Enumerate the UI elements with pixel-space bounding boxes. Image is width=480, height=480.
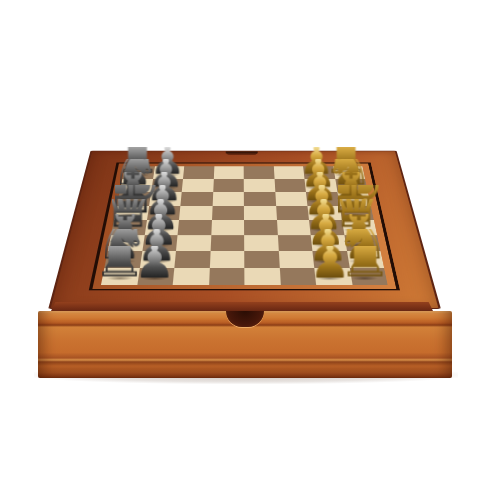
piece-gold-rook[interactable]: ♜ xyxy=(347,246,382,281)
piece-silver-rook[interactable]: ♜ xyxy=(102,246,137,281)
gold-rook-icon: ♜ xyxy=(337,230,392,280)
piece-silver-pawn[interactable]: ♟ xyxy=(137,246,172,281)
rear-finger-notch-icon xyxy=(226,151,258,155)
pieces-layer: ♜♟♟♜♞♟♟♞♝♟♟♝♚♟♟♚♛♟♟♛♝♟♟♝♞♟♟♞♜♟♟♜ xyxy=(101,166,388,285)
silver-pawn-icon: ♟ xyxy=(134,243,175,281)
chess-box-scene: ♜♟♟♜♞♟♟♞♝♟♟♝♚♟♟♚♛♟♟♛♝♟♟♝♞♟♟♞♜♟♟♜ xyxy=(0,0,480,480)
box-lid: ♜♟♟♜♞♟♟♞♝♟♟♝♚♟♟♚♛♟♟♛♝♟♟♝♞♟♟♞♜♟♟♜ xyxy=(48,151,441,309)
